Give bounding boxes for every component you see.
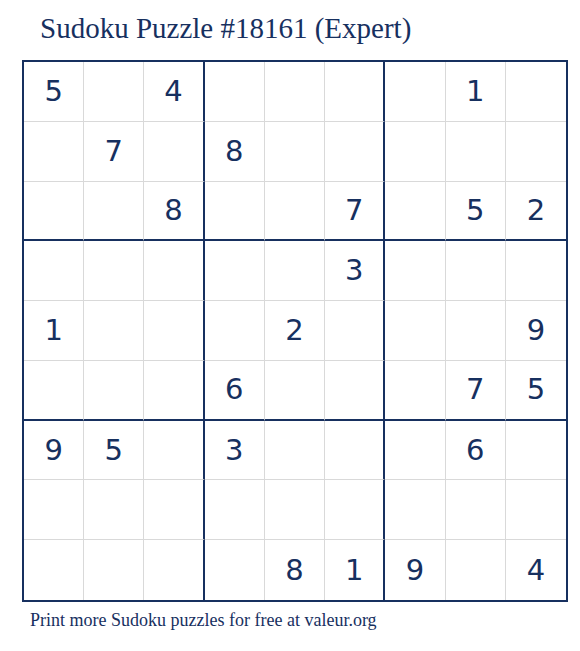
cell-r4c9[interactable] bbox=[506, 241, 566, 301]
cell-r9c2[interactable] bbox=[84, 540, 144, 600]
cell-r7c4: 3 bbox=[205, 421, 265, 481]
given-digit: 5 bbox=[527, 375, 545, 404]
given-digit: 5 bbox=[466, 196, 484, 225]
cell-r4c3[interactable] bbox=[144, 241, 204, 301]
given-digit: 2 bbox=[527, 196, 545, 225]
given-digit: 1 bbox=[345, 556, 363, 585]
given-digit: 7 bbox=[345, 196, 363, 225]
cell-r8c7[interactable] bbox=[385, 480, 445, 540]
cell-r1c7[interactable] bbox=[385, 62, 445, 122]
cell-r8c4[interactable] bbox=[205, 480, 265, 540]
cell-r2c1[interactable] bbox=[24, 122, 84, 182]
cell-r8c1[interactable] bbox=[24, 480, 84, 540]
cell-r3c2[interactable] bbox=[84, 182, 144, 242]
cell-r6c8: 7 bbox=[446, 361, 506, 421]
cell-r6c9: 5 bbox=[506, 361, 566, 421]
cell-r5c1: 1 bbox=[24, 301, 84, 361]
cell-r1c2[interactable] bbox=[84, 62, 144, 122]
cell-r6c5[interactable] bbox=[265, 361, 325, 421]
cell-r9c8[interactable] bbox=[446, 540, 506, 600]
cell-r9c7: 9 bbox=[385, 540, 445, 600]
cell-r2c4: 8 bbox=[205, 122, 265, 182]
cell-r1c3: 4 bbox=[144, 62, 204, 122]
footer-credit: Print more Sudoku puzzles for free at va… bbox=[30, 610, 377, 631]
given-digit: 4 bbox=[527, 556, 545, 585]
cell-r5c5: 2 bbox=[265, 301, 325, 361]
given-digit: 2 bbox=[285, 316, 303, 345]
cell-r1c6[interactable] bbox=[325, 62, 385, 122]
given-digit: 8 bbox=[285, 556, 303, 585]
given-digit: 7 bbox=[466, 375, 484, 404]
cell-r8c3[interactable] bbox=[144, 480, 204, 540]
cell-r6c7[interactable] bbox=[385, 361, 445, 421]
cell-r5c9: 9 bbox=[506, 301, 566, 361]
cell-r1c9[interactable] bbox=[506, 62, 566, 122]
given-digit: 4 bbox=[164, 77, 182, 106]
cell-r4c2[interactable] bbox=[84, 241, 144, 301]
cell-r1c8: 1 bbox=[446, 62, 506, 122]
given-digit: 8 bbox=[164, 196, 182, 225]
cell-r7c3[interactable] bbox=[144, 421, 204, 481]
cell-r4c6: 3 bbox=[325, 241, 385, 301]
cell-r7c2: 5 bbox=[84, 421, 144, 481]
given-digit: 5 bbox=[105, 436, 123, 465]
cell-r7c6[interactable] bbox=[325, 421, 385, 481]
cell-r2c2: 7 bbox=[84, 122, 144, 182]
cell-r3c5[interactable] bbox=[265, 182, 325, 242]
cell-r1c4[interactable] bbox=[205, 62, 265, 122]
cell-r2c5[interactable] bbox=[265, 122, 325, 182]
cell-r5c7[interactable] bbox=[385, 301, 445, 361]
cell-r2c6[interactable] bbox=[325, 122, 385, 182]
cell-r8c8[interactable] bbox=[446, 480, 506, 540]
cell-r4c4[interactable] bbox=[205, 241, 265, 301]
cell-r8c2[interactable] bbox=[84, 480, 144, 540]
cell-r7c7[interactable] bbox=[385, 421, 445, 481]
given-digit: 3 bbox=[225, 436, 243, 465]
cell-r5c2[interactable] bbox=[84, 301, 144, 361]
given-digit: 1 bbox=[44, 316, 62, 345]
cell-r5c6[interactable] bbox=[325, 301, 385, 361]
cell-r4c5[interactable] bbox=[265, 241, 325, 301]
given-digit: 9 bbox=[44, 436, 62, 465]
cell-r6c4: 6 bbox=[205, 361, 265, 421]
cell-r1c5[interactable] bbox=[265, 62, 325, 122]
cell-r3c3: 8 bbox=[144, 182, 204, 242]
cell-r1c1: 5 bbox=[24, 62, 84, 122]
cell-r5c8[interactable] bbox=[446, 301, 506, 361]
given-digit: 9 bbox=[527, 316, 545, 345]
cell-r2c8[interactable] bbox=[446, 122, 506, 182]
cell-r3c8: 5 bbox=[446, 182, 506, 242]
puzzle-title: Sudoku Puzzle #18161 (Expert) bbox=[40, 12, 411, 45]
cell-r9c6: 1 bbox=[325, 540, 385, 600]
cell-r6c3[interactable] bbox=[144, 361, 204, 421]
cell-r4c8[interactable] bbox=[446, 241, 506, 301]
cell-r9c3[interactable] bbox=[144, 540, 204, 600]
cell-r3c1[interactable] bbox=[24, 182, 84, 242]
cell-r7c5[interactable] bbox=[265, 421, 325, 481]
cell-r5c3[interactable] bbox=[144, 301, 204, 361]
cell-r5c4[interactable] bbox=[205, 301, 265, 361]
given-digit: 7 bbox=[105, 137, 123, 166]
cell-r6c1[interactable] bbox=[24, 361, 84, 421]
cell-r7c8: 6 bbox=[446, 421, 506, 481]
cell-r8c5[interactable] bbox=[265, 480, 325, 540]
cell-r7c1: 9 bbox=[24, 421, 84, 481]
cell-r2c7[interactable] bbox=[385, 122, 445, 182]
cell-r8c9[interactable] bbox=[506, 480, 566, 540]
cell-r6c6[interactable] bbox=[325, 361, 385, 421]
given-digit: 6 bbox=[466, 436, 484, 465]
cell-r2c9[interactable] bbox=[506, 122, 566, 182]
cell-r8c6[interactable] bbox=[325, 480, 385, 540]
cell-r3c7[interactable] bbox=[385, 182, 445, 242]
cell-r4c7[interactable] bbox=[385, 241, 445, 301]
given-digit: 6 bbox=[225, 375, 243, 404]
cell-r7c9[interactable] bbox=[506, 421, 566, 481]
given-digit: 1 bbox=[466, 77, 484, 106]
given-digit: 5 bbox=[44, 77, 62, 106]
cell-r4c1[interactable] bbox=[24, 241, 84, 301]
cell-r6c2[interactable] bbox=[84, 361, 144, 421]
given-digit: 9 bbox=[406, 556, 424, 585]
cell-r9c1[interactable] bbox=[24, 540, 84, 600]
cell-r9c9: 4 bbox=[506, 540, 566, 600]
cell-r9c4[interactable] bbox=[205, 540, 265, 600]
given-digit: 3 bbox=[345, 256, 363, 285]
cell-r3c6: 7 bbox=[325, 182, 385, 242]
cell-r2c3[interactable] bbox=[144, 122, 204, 182]
cell-r9c5: 8 bbox=[265, 540, 325, 600]
given-digit: 8 bbox=[225, 137, 243, 166]
sudoku-grid: 541788752312967595368194 bbox=[22, 60, 568, 602]
cell-r3c9: 2 bbox=[506, 182, 566, 242]
cell-r3c4[interactable] bbox=[205, 182, 265, 242]
